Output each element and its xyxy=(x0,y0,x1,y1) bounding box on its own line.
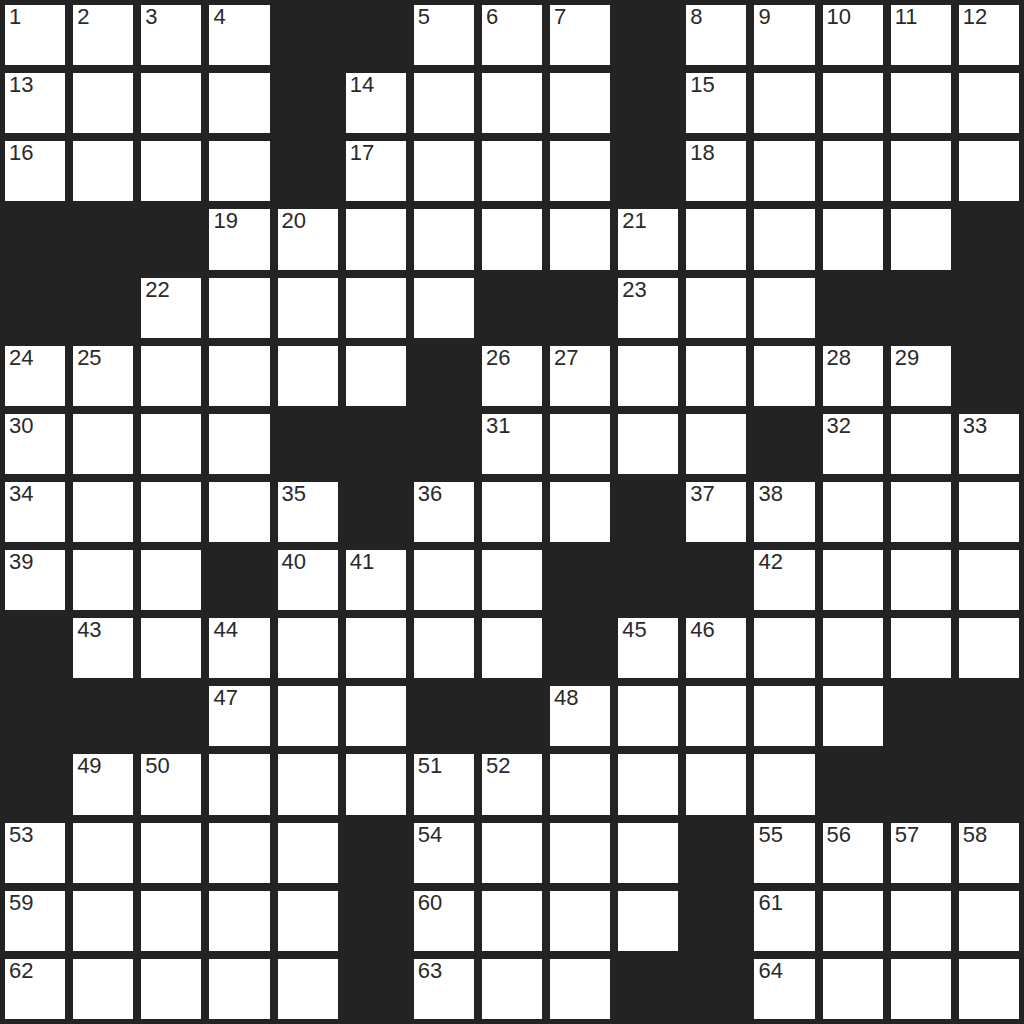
cell-r7c5 xyxy=(278,414,338,474)
clue-number: 48 xyxy=(554,687,578,709)
cell-r13c6 xyxy=(346,823,406,883)
cell-r6c8[interactable]: 26 xyxy=(482,346,542,406)
clue-number: 1 xyxy=(9,6,21,28)
cell-r10c5[interactable] xyxy=(278,618,338,678)
cell-r6c11[interactable] xyxy=(686,346,746,406)
cell-r9c8[interactable] xyxy=(482,550,542,610)
clue-number: 17 xyxy=(350,142,374,164)
cell-r15c5[interactable] xyxy=(278,959,338,1019)
cell-r12c10[interactable] xyxy=(618,754,678,814)
cell-r13c10[interactable] xyxy=(618,823,678,883)
cell-r6c13[interactable]: 28 xyxy=(823,346,883,406)
clue-number: 36 xyxy=(418,483,442,505)
cell-r7c10[interactable] xyxy=(618,414,678,474)
cell-r3c5 xyxy=(278,141,338,201)
cell-r12c6[interactable] xyxy=(346,754,406,814)
cell-r11c6[interactable] xyxy=(346,686,406,746)
cell-r6c12[interactable] xyxy=(754,346,814,406)
cell-r2c2[interactable] xyxy=(73,73,133,133)
cell-r6c10[interactable] xyxy=(618,346,678,406)
cell-r8c13[interactable] xyxy=(823,482,883,542)
cell-r9c9 xyxy=(550,550,610,610)
cell-r6c4[interactable] xyxy=(209,346,269,406)
cell-r12c11[interactable] xyxy=(686,754,746,814)
cell-r2c9[interactable] xyxy=(550,73,610,133)
cell-r1c12[interactable]: 9 xyxy=(754,5,814,65)
cell-r7c11[interactable] xyxy=(686,414,746,474)
cell-r11c8 xyxy=(482,686,542,746)
cell-r4c15 xyxy=(959,209,1019,269)
cell-r7c14[interactable] xyxy=(891,414,951,474)
cell-r5c15 xyxy=(959,278,1019,338)
cell-r12c4[interactable] xyxy=(209,754,269,814)
clue-number: 63 xyxy=(418,960,442,982)
cell-r8c9[interactable] xyxy=(550,482,610,542)
cell-r8c5[interactable]: 35 xyxy=(278,482,338,542)
cell-r11c5[interactable] xyxy=(278,686,338,746)
cell-r2c3[interactable] xyxy=(141,73,201,133)
cell-r7c9[interactable] xyxy=(550,414,610,474)
cell-r10c2[interactable]: 43 xyxy=(73,618,133,678)
clue-number: 15 xyxy=(690,74,714,96)
cell-r8c8[interactable] xyxy=(482,482,542,542)
cell-r1c5 xyxy=(278,5,338,65)
cell-r9c5[interactable]: 40 xyxy=(278,550,338,610)
cell-r13c1[interactable]: 53 xyxy=(5,823,65,883)
clue-number: 61 xyxy=(758,892,782,914)
cell-r14c13[interactable] xyxy=(823,891,883,951)
clue-number: 58 xyxy=(963,824,987,846)
cell-r1c15[interactable]: 12 xyxy=(959,5,1019,65)
cell-r2c4[interactable] xyxy=(209,73,269,133)
cell-r7c3[interactable] xyxy=(141,414,201,474)
cell-r5c3[interactable]: 22 xyxy=(141,278,201,338)
cell-r2c15[interactable] xyxy=(959,73,1019,133)
clue-number: 49 xyxy=(77,755,101,777)
clue-number: 20 xyxy=(282,210,306,232)
cell-r5c9 xyxy=(550,278,610,338)
cell-r12c8[interactable]: 52 xyxy=(482,754,542,814)
cell-r9c10 xyxy=(618,550,678,610)
cell-r2c11[interactable]: 15 xyxy=(686,73,746,133)
cell-r6c15 xyxy=(959,346,1019,406)
cell-r3c11[interactable]: 18 xyxy=(686,141,746,201)
cell-r14c9[interactable] xyxy=(550,891,610,951)
cell-r10c11[interactable]: 46 xyxy=(686,618,746,678)
cell-r14c11 xyxy=(686,891,746,951)
cell-r8c14[interactable] xyxy=(891,482,951,542)
cell-r13c4[interactable] xyxy=(209,823,269,883)
cell-r13c15[interactable]: 58 xyxy=(959,823,1019,883)
clue-number: 4 xyxy=(213,6,225,28)
cell-r13c13[interactable]: 56 xyxy=(823,823,883,883)
cell-r13c3[interactable] xyxy=(141,823,201,883)
cell-r1c4[interactable]: 4 xyxy=(209,5,269,65)
clue-number: 44 xyxy=(213,619,237,641)
cell-r1c13[interactable]: 10 xyxy=(823,5,883,65)
cell-r14c4[interactable] xyxy=(209,891,269,951)
cell-r14c15[interactable] xyxy=(959,891,1019,951)
cell-r5c5[interactable] xyxy=(278,278,338,338)
cell-r6c1[interactable]: 24 xyxy=(5,346,65,406)
clue-number: 11 xyxy=(895,6,918,28)
clue-number: 38 xyxy=(758,483,782,505)
cell-r11c2 xyxy=(73,686,133,746)
cell-r14c6 xyxy=(346,891,406,951)
cell-r9c7[interactable] xyxy=(414,550,474,610)
cell-r15c11 xyxy=(686,959,746,1019)
clue-number: 19 xyxy=(213,210,237,232)
cell-r10c13[interactable] xyxy=(823,618,883,678)
cell-r3c12[interactable] xyxy=(754,141,814,201)
cell-r5c7[interactable] xyxy=(414,278,474,338)
clue-number: 56 xyxy=(827,824,851,846)
cell-r10c1 xyxy=(5,618,65,678)
cell-r1c10 xyxy=(618,5,678,65)
cell-r4c9[interactable] xyxy=(550,209,610,269)
clue-number: 62 xyxy=(9,960,33,982)
cell-r5c1 xyxy=(5,278,65,338)
cell-r7c15[interactable]: 33 xyxy=(959,414,1019,474)
cell-r8c15[interactable] xyxy=(959,482,1019,542)
cell-r11c4[interactable]: 47 xyxy=(209,686,269,746)
cell-r8c7[interactable]: 36 xyxy=(414,482,474,542)
cell-r3c7[interactable] xyxy=(414,141,474,201)
clue-number: 26 xyxy=(486,347,510,369)
clue-number: 7 xyxy=(554,6,566,28)
cell-r8c10 xyxy=(618,482,678,542)
cell-r12c2[interactable]: 49 xyxy=(73,754,133,814)
cell-r6c9[interactable]: 27 xyxy=(550,346,610,406)
cell-r9c15[interactable] xyxy=(959,550,1019,610)
cell-r4c11[interactable] xyxy=(686,209,746,269)
cell-r12c7[interactable]: 51 xyxy=(414,754,474,814)
cell-r6c6[interactable] xyxy=(346,346,406,406)
cell-r13c7[interactable]: 54 xyxy=(414,823,474,883)
crossword-board: 1234567891011121314151617181920212223242… xyxy=(0,0,1024,1024)
cell-r15c4[interactable] xyxy=(209,959,269,1019)
clue-number: 14 xyxy=(350,74,374,96)
cell-r7c6 xyxy=(346,414,406,474)
cell-r3c14[interactable] xyxy=(891,141,951,201)
cell-r12c14 xyxy=(891,754,951,814)
cell-r12c15 xyxy=(959,754,1019,814)
cell-r1c8[interactable]: 6 xyxy=(482,5,542,65)
cell-r4c3 xyxy=(141,209,201,269)
cell-r3c1[interactable]: 16 xyxy=(5,141,65,201)
cell-r10c14[interactable] xyxy=(891,618,951,678)
cell-r6c5[interactable] xyxy=(278,346,338,406)
cell-r1c3[interactable]: 3 xyxy=(141,5,201,65)
cell-r7c13[interactable]: 32 xyxy=(823,414,883,474)
clue-number: 52 xyxy=(486,755,510,777)
cell-r11c3 xyxy=(141,686,201,746)
cell-r1c7[interactable]: 5 xyxy=(414,5,474,65)
cell-r4c6[interactable] xyxy=(346,209,406,269)
clue-number: 39 xyxy=(9,551,33,573)
cell-r15c2[interactable] xyxy=(73,959,133,1019)
clue-number: 55 xyxy=(758,824,782,846)
cell-r6c2[interactable]: 25 xyxy=(73,346,133,406)
cell-r4c13[interactable] xyxy=(823,209,883,269)
cell-r7c2[interactable] xyxy=(73,414,133,474)
cell-r12c3[interactable]: 50 xyxy=(141,754,201,814)
cell-r14c5[interactable] xyxy=(278,891,338,951)
cell-r2c13[interactable] xyxy=(823,73,883,133)
cell-r1c6 xyxy=(346,5,406,65)
cell-r9c6[interactable]: 41 xyxy=(346,550,406,610)
cell-r4c8[interactable] xyxy=(482,209,542,269)
clue-number: 40 xyxy=(282,551,306,573)
cell-r4c7[interactable] xyxy=(414,209,474,269)
cell-r11c14 xyxy=(891,686,951,746)
clue-number: 5 xyxy=(418,6,430,28)
clue-number: 25 xyxy=(77,347,101,369)
cell-r5c14 xyxy=(891,278,951,338)
cell-r10c12[interactable] xyxy=(754,618,814,678)
cell-r13c12[interactable]: 55 xyxy=(754,823,814,883)
clue-number: 43 xyxy=(77,619,101,641)
clue-number: 6 xyxy=(486,6,498,28)
cell-r5c8 xyxy=(482,278,542,338)
cell-r9c11 xyxy=(686,550,746,610)
cell-r4c4[interactable]: 19 xyxy=(209,209,269,269)
cell-r8c3[interactable] xyxy=(141,482,201,542)
cell-r3c15[interactable] xyxy=(959,141,1019,201)
cell-r1c9[interactable]: 7 xyxy=(550,5,610,65)
cell-r15c9[interactable] xyxy=(550,959,610,1019)
cell-r7c4[interactable] xyxy=(209,414,269,474)
cell-r11c7 xyxy=(414,686,474,746)
clue-number: 47 xyxy=(213,687,237,709)
cell-r2c12[interactable] xyxy=(754,73,814,133)
cell-r2c5 xyxy=(278,73,338,133)
cell-r15c7[interactable]: 63 xyxy=(414,959,474,1019)
cell-r1c14[interactable]: 11 xyxy=(891,5,951,65)
clue-number: 42 xyxy=(758,551,782,573)
cell-r8c12[interactable]: 38 xyxy=(754,482,814,542)
cell-r3c8[interactable] xyxy=(482,141,542,201)
cell-r5c13 xyxy=(823,278,883,338)
cell-r1c1[interactable]: 1 xyxy=(5,5,65,65)
cell-r3c2[interactable] xyxy=(73,141,133,201)
cell-r15c13[interactable] xyxy=(823,959,883,1019)
cell-r3c13[interactable] xyxy=(823,141,883,201)
cell-r8c11[interactable]: 37 xyxy=(686,482,746,542)
cell-r4c5[interactable]: 20 xyxy=(278,209,338,269)
clue-number: 22 xyxy=(145,279,169,301)
clue-number: 18 xyxy=(690,142,714,164)
cell-r5c6[interactable] xyxy=(346,278,406,338)
cell-r14c1[interactable]: 59 xyxy=(5,891,65,951)
cell-r15c15[interactable] xyxy=(959,959,1019,1019)
cell-r3c4[interactable] xyxy=(209,141,269,201)
cell-r10c6[interactable] xyxy=(346,618,406,678)
clue-number: 34 xyxy=(9,483,33,505)
cell-r11c15 xyxy=(959,686,1019,746)
cell-r15c8[interactable] xyxy=(482,959,542,1019)
cell-r11c9[interactable]: 48 xyxy=(550,686,610,746)
cell-r15c12[interactable]: 64 xyxy=(754,959,814,1019)
cell-r10c9 xyxy=(550,618,610,678)
clue-number: 23 xyxy=(622,279,646,301)
cell-r15c10 xyxy=(618,959,678,1019)
cell-r11c11[interactable] xyxy=(686,686,746,746)
clue-number: 35 xyxy=(282,483,306,505)
cell-r2c8[interactable] xyxy=(482,73,542,133)
cell-r14c10[interactable] xyxy=(618,891,678,951)
cell-r11c12[interactable] xyxy=(754,686,814,746)
cell-r2c1[interactable]: 13 xyxy=(5,73,65,133)
cell-r12c1 xyxy=(5,754,65,814)
clue-number: 37 xyxy=(690,483,714,505)
cell-r10c7[interactable] xyxy=(414,618,474,678)
cell-r13c8[interactable] xyxy=(482,823,542,883)
cell-r4c1 xyxy=(5,209,65,269)
cell-r9c13[interactable] xyxy=(823,550,883,610)
cell-r10c3[interactable] xyxy=(141,618,201,678)
cell-r8c1[interactable]: 34 xyxy=(5,482,65,542)
clue-number: 46 xyxy=(690,619,714,641)
clue-number: 57 xyxy=(895,824,919,846)
clue-number: 16 xyxy=(9,142,33,164)
cell-r9c12[interactable]: 42 xyxy=(754,550,814,610)
clue-number: 12 xyxy=(963,6,987,28)
cell-r8c2[interactable] xyxy=(73,482,133,542)
cell-r9c3[interactable] xyxy=(141,550,201,610)
clue-number: 60 xyxy=(418,892,442,914)
clue-number: 9 xyxy=(758,6,770,28)
cell-r4c10[interactable]: 21 xyxy=(618,209,678,269)
clue-number: 29 xyxy=(895,347,919,369)
cell-r12c12[interactable] xyxy=(754,754,814,814)
clue-number: 13 xyxy=(9,74,33,96)
cell-r8c6 xyxy=(346,482,406,542)
clue-number: 53 xyxy=(9,824,33,846)
cell-r14c8[interactable] xyxy=(482,891,542,951)
cell-r1c2[interactable]: 2 xyxy=(73,5,133,65)
clue-number: 50 xyxy=(145,755,169,777)
cell-r13c11 xyxy=(686,823,746,883)
cell-r10c15[interactable] xyxy=(959,618,1019,678)
clue-number: 24 xyxy=(9,347,33,369)
cell-r9c4 xyxy=(209,550,269,610)
clue-number: 32 xyxy=(827,415,851,437)
cell-r3c6[interactable]: 17 xyxy=(346,141,406,201)
cell-r12c13 xyxy=(823,754,883,814)
cell-r4c2 xyxy=(73,209,133,269)
clue-number: 51 xyxy=(418,755,442,777)
cell-r3c3[interactable] xyxy=(141,141,201,201)
cell-r3c9[interactable] xyxy=(550,141,610,201)
cell-r7c7 xyxy=(414,414,474,474)
cell-r5c12[interactable] xyxy=(754,278,814,338)
cell-r7c12 xyxy=(754,414,814,474)
cell-r6c3[interactable] xyxy=(141,346,201,406)
clue-number: 2 xyxy=(77,6,89,28)
cell-r15c14[interactable] xyxy=(891,959,951,1019)
clue-number: 21 xyxy=(622,210,646,232)
cell-r14c2[interactable] xyxy=(73,891,133,951)
cell-r5c10[interactable]: 23 xyxy=(618,278,678,338)
cell-r15c3[interactable] xyxy=(141,959,201,1019)
cell-r9c2[interactable] xyxy=(73,550,133,610)
cell-r4c12[interactable] xyxy=(754,209,814,269)
cell-r9c14[interactable] xyxy=(891,550,951,610)
clue-number: 45 xyxy=(622,619,646,641)
clue-number: 31 xyxy=(486,415,510,437)
cell-r6c7 xyxy=(414,346,474,406)
clue-number: 33 xyxy=(963,415,987,437)
cell-r14c14[interactable] xyxy=(891,891,951,951)
cell-r5c11[interactable] xyxy=(686,278,746,338)
cell-r3c10 xyxy=(618,141,678,201)
cell-r12c5[interactable] xyxy=(278,754,338,814)
cell-r13c5[interactable] xyxy=(278,823,338,883)
cell-r10c4[interactable]: 44 xyxy=(209,618,269,678)
cell-r8c4[interactable] xyxy=(209,482,269,542)
cell-r13c9[interactable] xyxy=(550,823,610,883)
cell-r4c14[interactable] xyxy=(891,209,951,269)
clue-number: 28 xyxy=(827,347,851,369)
cell-r5c2 xyxy=(73,278,133,338)
cell-r14c3[interactable] xyxy=(141,891,201,951)
clue-number: 30 xyxy=(9,415,33,437)
cell-r2c10 xyxy=(618,73,678,133)
cell-r10c8[interactable] xyxy=(482,618,542,678)
cell-r13c2[interactable] xyxy=(73,823,133,883)
clue-number: 54 xyxy=(418,824,442,846)
cell-r12c9[interactable] xyxy=(550,754,610,814)
cell-r5c4[interactable] xyxy=(209,278,269,338)
clue-number: 3 xyxy=(145,6,157,28)
cell-r11c13[interactable] xyxy=(823,686,883,746)
cell-r2c7[interactable] xyxy=(414,73,474,133)
cell-r2c14[interactable] xyxy=(891,73,951,133)
cell-r7c1[interactable]: 30 xyxy=(5,414,65,474)
cell-r7c8[interactable]: 31 xyxy=(482,414,542,474)
cell-r1c11[interactable]: 8 xyxy=(686,5,746,65)
cell-r11c1 xyxy=(5,686,65,746)
clue-number: 27 xyxy=(554,347,578,369)
clue-number: 10 xyxy=(827,6,851,28)
cell-r6c14[interactable]: 29 xyxy=(891,346,951,406)
cell-r15c6 xyxy=(346,959,406,1019)
cell-r2c6[interactable]: 14 xyxy=(346,73,406,133)
cell-r10c10[interactable]: 45 xyxy=(618,618,678,678)
clue-number: 59 xyxy=(9,892,33,914)
cell-r13c14[interactable]: 57 xyxy=(891,823,951,883)
cell-r14c7[interactable]: 60 xyxy=(414,891,474,951)
cell-r11c10[interactable] xyxy=(618,686,678,746)
clue-number: 64 xyxy=(758,960,782,982)
clue-number: 41 xyxy=(350,551,374,573)
cell-r9c1[interactable]: 39 xyxy=(5,550,65,610)
cell-r15c1[interactable]: 62 xyxy=(5,959,65,1019)
clue-number: 8 xyxy=(690,6,702,28)
cell-r14c12[interactable]: 61 xyxy=(754,891,814,951)
